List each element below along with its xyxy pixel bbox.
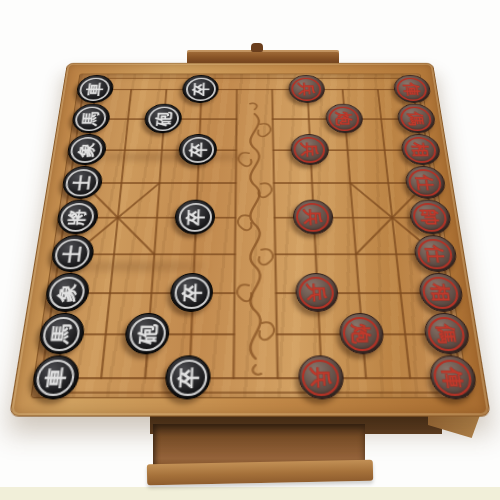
piece-black-advisor[interactable]: 士 (49, 235, 95, 272)
piece-glyph: 傌 (406, 111, 426, 125)
piece-glyph: 卒 (177, 367, 199, 388)
piece-glyph: 車 (44, 367, 68, 388)
piece-black-cannon[interactable]: 砲 (144, 104, 183, 134)
piece-black-horse[interactable]: 馬 (37, 313, 86, 354)
piece-glyph: 士 (72, 174, 93, 190)
piece-glyph: 相 (429, 283, 452, 302)
piece-red-elephant[interactable]: 相 (417, 273, 465, 312)
piece-black-advisor[interactable]: 士 (60, 166, 103, 199)
piece-red-soldier[interactable]: 兵 (288, 75, 325, 103)
piece-glyph: 馬 (50, 324, 73, 344)
piece-black-soldier[interactable]: 卒 (164, 355, 211, 399)
photo-backdrop: 車馬象士將士象馬車砲砲卒卒卒卒卒兵兵兵兵兵炮炮俥傌相仕帥仕相傌俥 (0, 0, 500, 500)
piece-glyph: 仕 (415, 174, 436, 190)
piece-glyph: 車 (86, 82, 105, 95)
piece-glyph: 兵 (300, 142, 319, 157)
backdrop-floor-strip (0, 487, 500, 500)
piece-black-elephant[interactable]: 象 (43, 273, 91, 312)
piece-red-soldier[interactable]: 兵 (292, 200, 334, 235)
piece-red-chariot[interactable]: 俥 (428, 355, 479, 399)
piece-glyph: 卒 (181, 283, 202, 302)
box-lid-knob (251, 43, 263, 52)
piece-glyph: 傌 (435, 324, 459, 344)
piece-red-cannon[interactable]: 炮 (338, 313, 385, 354)
piece-glyph: 炮 (350, 324, 372, 344)
piece-black-soldier[interactable]: 卒 (174, 200, 216, 235)
pieces-grid: 車馬象士將士象馬車砲砲卒卒卒卒卒兵兵兵兵兵炮炮俥傌相仕帥仕相傌俥 (31, 75, 479, 400)
piece-red-elephant[interactable]: 相 (400, 134, 442, 165)
piece-red-chariot[interactable]: 俥 (392, 75, 432, 103)
piece-glyph: 俥 (403, 82, 422, 95)
piece-glyph: 卒 (189, 142, 208, 157)
piece-red-soldier[interactable]: 兵 (295, 273, 339, 312)
piece-glyph: 相 (411, 142, 431, 157)
piece-glyph: 炮 (335, 111, 354, 125)
piece-glyph: 砲 (154, 111, 173, 125)
piece-glyph: 卒 (185, 209, 205, 225)
piece-black-soldier[interactable]: 卒 (178, 134, 217, 165)
piece-red-horse[interactable]: 傌 (396, 104, 437, 134)
piece-red-soldier[interactable]: 兵 (297, 355, 344, 399)
drawer-front[interactable] (147, 460, 373, 486)
piece-glyph: 砲 (136, 324, 158, 344)
piece-red-horse[interactable]: 傌 (422, 313, 472, 354)
piece-glyph: 卒 (192, 82, 210, 95)
piece-glyph: 仕 (424, 245, 446, 262)
piece-red-soldier[interactable]: 兵 (290, 134, 329, 165)
piece-glyph: 帥 (420, 209, 441, 225)
piece-glyph: 象 (77, 142, 97, 157)
piece-black-horse[interactable]: 馬 (70, 104, 111, 134)
piece-glyph: 士 (62, 245, 84, 262)
piece-black-elephant[interactable]: 象 (66, 134, 108, 165)
piece-glyph: 兵 (309, 367, 331, 388)
piece-black-soldier[interactable]: 卒 (170, 273, 214, 312)
piece-red-cannon[interactable]: 炮 (325, 104, 364, 134)
piece-red-advisor[interactable]: 仕 (412, 235, 458, 272)
piece-glyph: 俥 (441, 367, 465, 388)
piece-red-advisor[interactable]: 仕 (404, 166, 448, 199)
xiangqi-board: 車馬象士將士象馬車砲砲卒卒卒卒卒兵兵兵兵兵炮炮俥傌相仕帥仕相傌俥 (9, 63, 491, 417)
piece-black-chariot[interactable]: 車 (30, 355, 81, 399)
piece-glyph: 將 (67, 209, 88, 225)
piece-black-general[interactable]: 將 (55, 200, 100, 235)
piece-black-cannon[interactable]: 砲 (124, 313, 171, 354)
piece-glyph: 兵 (303, 209, 323, 225)
piece-glyph: 兵 (298, 82, 316, 95)
piece-black-soldier[interactable]: 卒 (182, 75, 219, 103)
piece-glyph: 象 (56, 283, 79, 302)
piece-glyph: 馬 (81, 111, 100, 125)
piece-red-general[interactable]: 帥 (408, 200, 453, 235)
piece-black-chariot[interactable]: 車 (75, 75, 115, 103)
piece-glyph: 兵 (306, 283, 327, 302)
